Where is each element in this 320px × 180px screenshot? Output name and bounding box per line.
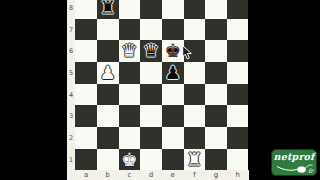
square-d5[interactable] <box>140 62 162 84</box>
rank-label-5: 5 <box>67 62 75 84</box>
chess-board: ♜♛♛♚♟♟♚♜ <box>75 0 248 170</box>
square-c7[interactable] <box>119 19 141 41</box>
white-pawn[interactable]: ♟ <box>97 62 119 84</box>
square-e8[interactable] <box>162 0 184 19</box>
square-g7[interactable] <box>205 19 227 41</box>
square-h3[interactable] <box>227 105 249 127</box>
square-b6[interactable] <box>97 40 119 62</box>
square-h8[interactable] <box>227 0 249 19</box>
square-e4[interactable] <box>162 84 184 106</box>
square-a6[interactable] <box>75 40 97 62</box>
file-label-a: a <box>75 170 97 180</box>
file-label-e: e <box>162 170 184 180</box>
square-h6[interactable] <box>227 40 249 62</box>
square-e5[interactable]: ♟ <box>162 62 184 84</box>
square-f5[interactable] <box>184 62 206 84</box>
square-b7[interactable] <box>97 19 119 41</box>
black-rook[interactable]: ♜ <box>97 0 119 19</box>
file-label-g: g <box>205 170 227 180</box>
video-frame: ♜♛♛♚♟♟♚♜ 87654321 abcdefgh netprof fr <box>0 0 320 180</box>
square-g8[interactable] <box>205 0 227 19</box>
square-e6[interactable]: ♚ <box>162 40 184 62</box>
rank-label-8: 8 <box>67 0 75 19</box>
square-f7[interactable] <box>184 19 206 41</box>
square-e7[interactable] <box>162 19 184 41</box>
black-king[interactable]: ♚ <box>162 40 184 62</box>
square-c8[interactable] <box>119 0 141 19</box>
square-c2[interactable] <box>119 127 141 149</box>
mouse-cursor-icon <box>182 45 193 60</box>
square-b2[interactable] <box>97 127 119 149</box>
square-d7[interactable] <box>140 19 162 41</box>
square-e3[interactable] <box>162 105 184 127</box>
square-g3[interactable] <box>205 105 227 127</box>
square-a4[interactable] <box>75 84 97 106</box>
square-g6[interactable] <box>205 40 227 62</box>
square-h2[interactable] <box>227 127 249 149</box>
white-rook[interactable]: ♜ <box>184 149 206 171</box>
rank-label-6: 6 <box>67 41 75 63</box>
square-d6[interactable]: ♛ <box>140 40 162 62</box>
square-h7[interactable] <box>227 19 249 41</box>
square-g1[interactable] <box>205 149 227 171</box>
square-c6[interactable]: ♛ <box>119 40 141 62</box>
white-king[interactable]: ♚ <box>119 149 141 171</box>
black-pawn[interactable]: ♟ <box>162 62 184 84</box>
file-label-h: h <box>227 170 249 180</box>
square-h5[interactable] <box>227 62 249 84</box>
file-label-c: c <box>119 170 141 180</box>
rank-label-2: 2 <box>67 127 75 149</box>
square-b8[interactable]: ♜ <box>97 0 119 19</box>
square-d4[interactable] <box>140 84 162 106</box>
rank-label-3: 3 <box>67 105 75 127</box>
square-d2[interactable] <box>140 127 162 149</box>
square-d1[interactable] <box>140 149 162 171</box>
square-c4[interactable] <box>119 84 141 106</box>
square-g5[interactable] <box>205 62 227 84</box>
file-label-d: d <box>140 170 162 180</box>
square-g4[interactable] <box>205 84 227 106</box>
square-a3[interactable] <box>75 105 97 127</box>
square-b1[interactable] <box>97 149 119 171</box>
white-queen[interactable]: ♛ <box>119 40 141 62</box>
rank-label-7: 7 <box>67 19 75 41</box>
rank-label-1: 1 <box>67 149 75 171</box>
square-g2[interactable] <box>205 127 227 149</box>
square-h4[interactable] <box>227 84 249 106</box>
square-a8[interactable] <box>75 0 97 19</box>
square-a2[interactable] <box>75 127 97 149</box>
square-e1[interactable] <box>162 149 184 171</box>
square-f3[interactable] <box>184 105 206 127</box>
square-c1[interactable]: ♚ <box>119 149 141 171</box>
square-f8[interactable] <box>184 0 206 19</box>
file-label-f: f <box>184 170 206 180</box>
square-b5[interactable]: ♟ <box>97 62 119 84</box>
black-queen[interactable]: ♛ <box>140 40 162 62</box>
square-a1[interactable] <box>75 149 97 171</box>
square-c3[interactable] <box>119 105 141 127</box>
square-e2[interactable] <box>162 127 184 149</box>
netprof-logo-suffix: fr <box>308 167 313 174</box>
square-d3[interactable] <box>140 105 162 127</box>
file-label-b: b <box>97 170 119 180</box>
netprof-logo: netprof fr <box>271 149 317 176</box>
square-a5[interactable] <box>75 62 97 84</box>
square-b3[interactable] <box>97 105 119 127</box>
square-c5[interactable] <box>119 62 141 84</box>
square-b4[interactable] <box>97 84 119 106</box>
rank-label-4: 4 <box>67 84 75 106</box>
square-f1[interactable]: ♜ <box>184 149 206 171</box>
square-a7[interactable] <box>75 19 97 41</box>
square-d8[interactable] <box>140 0 162 19</box>
square-f4[interactable] <box>184 84 206 106</box>
square-h1[interactable] <box>227 149 249 171</box>
square-f2[interactable] <box>184 127 206 149</box>
